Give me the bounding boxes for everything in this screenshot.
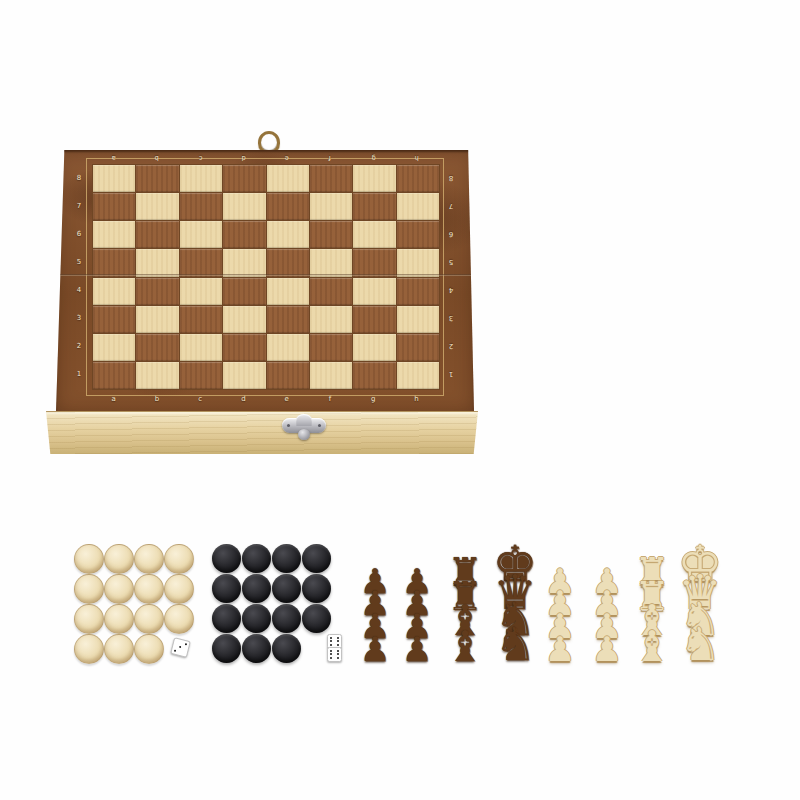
- square-f2: [310, 334, 352, 361]
- dark-bishop-piece: ♝: [446, 630, 484, 664]
- rank-labels-right: 87654321: [441, 164, 461, 388]
- file-label: b: [135, 390, 178, 409]
- rank-label: 4: [69, 276, 89, 304]
- square-c2: [180, 334, 222, 361]
- square-c3: [180, 306, 222, 333]
- square-f6: [310, 221, 352, 248]
- white-checker-piece: [134, 544, 164, 574]
- clasp-screw: [287, 424, 290, 427]
- board-grid: [92, 164, 440, 390]
- file-label: c: [179, 390, 222, 409]
- square-d8: [223, 165, 265, 192]
- square-c4: [180, 278, 222, 305]
- square-a3: [93, 306, 135, 333]
- die-pip: [337, 640, 339, 642]
- white-checker-piece: [74, 544, 104, 574]
- square-d5: [223, 249, 265, 276]
- black-checker-piece: [272, 634, 301, 663]
- file-labels-top: abcdefgh: [92, 152, 438, 163]
- rank-label: 8: [69, 164, 89, 192]
- black-checkers-group: [211, 543, 331, 663]
- square-d4: [223, 278, 265, 305]
- black-checker-piece: [212, 544, 241, 573]
- square-e2: [267, 334, 309, 361]
- square-g3: [353, 306, 395, 333]
- white-checker-piece: [134, 604, 164, 634]
- square-b5: [136, 249, 178, 276]
- square-f5: [310, 249, 352, 276]
- black-checker-piece: [272, 574, 301, 603]
- square-g1: [353, 362, 395, 389]
- square-a8: [93, 165, 135, 192]
- black-checker-piece: [212, 604, 241, 633]
- square-h3: [397, 306, 439, 333]
- square-h4: [397, 278, 439, 305]
- black-checker-piece: [242, 604, 271, 633]
- square-c6: [180, 221, 222, 248]
- square-h5: [397, 249, 439, 276]
- black-checker-piece: [242, 634, 271, 663]
- clasp-latch-icon: [282, 418, 326, 433]
- square-h2: [397, 334, 439, 361]
- square-d3: [223, 306, 265, 333]
- light-piece-column: ♚♛♞♞: [668, 544, 732, 664]
- file-label: d: [222, 390, 265, 409]
- square-f8: [310, 165, 352, 192]
- die-pip: [337, 653, 339, 655]
- rank-label: 2: [441, 332, 461, 360]
- rank-label: 7: [69, 192, 89, 220]
- black-checker-piece: [242, 544, 271, 573]
- die-pip: [337, 657, 339, 659]
- square-f7: [310, 193, 352, 220]
- rank-label: 3: [441, 304, 461, 332]
- file-label: d: [222, 152, 265, 163]
- rank-label: 2: [69, 332, 89, 360]
- chess-board: 87654321 87654321 abcdefgh abcdefgh: [56, 150, 474, 412]
- file-label: h: [395, 152, 438, 163]
- square-h7: [397, 193, 439, 220]
- white-checker-piece: [74, 574, 104, 604]
- square-b6: [136, 221, 178, 248]
- white-checker-piece: [164, 544, 194, 574]
- square-e6: [267, 221, 309, 248]
- file-label: g: [352, 152, 395, 163]
- square-c1: [180, 362, 222, 389]
- white-checker-piece: [134, 634, 164, 664]
- rank-label: 5: [441, 248, 461, 276]
- rank-labels-left: 87654321: [69, 164, 89, 388]
- black-checker-piece: [272, 604, 301, 633]
- black-checker-piece: [212, 634, 241, 663]
- square-b8: [136, 165, 178, 192]
- die-pip: [330, 650, 332, 652]
- square-a1: [93, 362, 135, 389]
- square-b7: [136, 193, 178, 220]
- file-labels-bottom: abcdefgh: [92, 390, 438, 409]
- square-g4: [353, 278, 395, 305]
- die-pip: [185, 643, 187, 645]
- rank-label: 7: [441, 192, 461, 220]
- white-checker-piece: [74, 604, 104, 634]
- square-d2: [223, 334, 265, 361]
- rank-label: 8: [441, 164, 461, 192]
- rank-label: 1: [69, 360, 89, 388]
- white-checker-piece: [104, 604, 134, 634]
- white-checker-piece: [164, 604, 194, 634]
- rank-label: 6: [69, 220, 89, 248]
- file-label: c: [179, 152, 222, 163]
- dark-pawn-piece: ♟: [402, 636, 432, 664]
- rank-label: 5: [69, 248, 89, 276]
- rank-label: 6: [441, 220, 461, 248]
- rank-label: 1: [441, 360, 461, 388]
- die-pip: [337, 644, 339, 646]
- white-checker-piece: [104, 544, 134, 574]
- square-g6: [353, 221, 395, 248]
- die-pip: [330, 637, 332, 639]
- product-photo: 87654321 87654321 abcdefgh abcdefgh ♟♟♟♟…: [0, 0, 800, 800]
- case-front-edge: [46, 411, 478, 454]
- die-pip: [337, 637, 339, 639]
- square-b4: [136, 278, 178, 305]
- square-a7: [93, 193, 135, 220]
- square-f3: [310, 306, 352, 333]
- light-pawn-piece: ♟: [545, 636, 575, 664]
- white-checker-piece: [74, 634, 104, 664]
- light-pawn-piece: ♟: [592, 636, 622, 664]
- square-e7: [267, 193, 309, 220]
- square-e4: [267, 278, 309, 305]
- die-pip: [330, 657, 332, 659]
- square-g8: [353, 165, 395, 192]
- square-h6: [397, 221, 439, 248]
- die-pip: [330, 644, 332, 646]
- white-checker-piece: [104, 634, 134, 664]
- square-d6: [223, 221, 265, 248]
- black-checker-piece: [212, 574, 241, 603]
- square-a5: [93, 249, 135, 276]
- square-e8: [267, 165, 309, 192]
- square-e1: [267, 362, 309, 389]
- clasp-screw: [318, 424, 321, 427]
- white-checker-piece: [134, 574, 164, 604]
- light-knight-piece: ♞: [679, 626, 720, 664]
- square-h8: [397, 165, 439, 192]
- black-checker-piece: [272, 544, 301, 573]
- square-c7: [180, 193, 222, 220]
- light-bishop-piece: ♝: [633, 630, 671, 664]
- square-d1: [223, 362, 265, 389]
- square-b2: [136, 334, 178, 361]
- file-label: a: [92, 390, 135, 409]
- file-label: f: [308, 152, 351, 163]
- square-g5: [353, 249, 395, 276]
- file-label: f: [308, 390, 351, 409]
- square-f1: [310, 362, 352, 389]
- file-label: e: [265, 152, 308, 163]
- black-checker-piece: [302, 574, 331, 603]
- file-label: h: [395, 390, 438, 409]
- black-checker-piece: [302, 604, 331, 633]
- file-label: a: [92, 152, 135, 163]
- square-h1: [397, 362, 439, 389]
- square-a4: [93, 278, 135, 305]
- square-b1: [136, 362, 178, 389]
- square-a6: [93, 221, 135, 248]
- rank-label: 3: [69, 304, 89, 332]
- square-c8: [180, 165, 222, 192]
- square-a2: [93, 334, 135, 361]
- black-checker-piece: [242, 574, 271, 603]
- die-pip: [337, 650, 339, 652]
- black-checker-piece: [302, 544, 331, 573]
- square-e5: [267, 249, 309, 276]
- square-g2: [353, 334, 395, 361]
- square-g7: [353, 193, 395, 220]
- white-checker-piece: [104, 574, 134, 604]
- square-e3: [267, 306, 309, 333]
- white-checker-piece: [164, 574, 194, 604]
- die-pip: [330, 653, 332, 655]
- square-f4: [310, 278, 352, 305]
- square-d7: [223, 193, 265, 220]
- die-near-black-checkers: [327, 647, 342, 662]
- file-label: e: [265, 390, 308, 409]
- rank-label: 4: [441, 276, 461, 304]
- file-label: g: [352, 390, 395, 409]
- file-label: b: [135, 152, 178, 163]
- square-c5: [180, 249, 222, 276]
- square-b3: [136, 306, 178, 333]
- die-pip: [330, 640, 332, 642]
